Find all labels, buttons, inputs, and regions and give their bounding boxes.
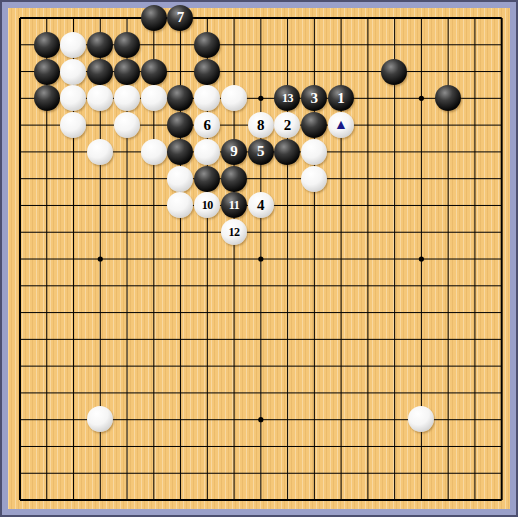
board-point <box>221 165 248 192</box>
black-stone: 13 <box>274 85 300 111</box>
board-point <box>408 406 435 433</box>
black-stone <box>301 112 327 138</box>
white-stone <box>114 85 140 111</box>
white-stone <box>114 112 140 138</box>
white-stone: 4 <box>248 192 274 218</box>
board-point: 11 <box>221 192 248 219</box>
board-point <box>301 165 328 192</box>
black-stone <box>34 32 60 58</box>
board-point <box>33 31 60 58</box>
black-stone <box>167 85 193 111</box>
board-point <box>221 85 248 112</box>
black-stone <box>87 59 113 85</box>
move-number: 2 <box>284 118 292 133</box>
board-point <box>114 85 141 112</box>
board-point: 8 <box>247 112 274 139</box>
black-stone: 9 <box>221 139 247 165</box>
move-number: 11 <box>229 199 239 211</box>
black-stone: 5 <box>248 139 274 165</box>
black-stone <box>274 139 300 165</box>
move-number: 1 <box>337 91 345 106</box>
white-stone <box>87 85 113 111</box>
black-stone <box>381 59 407 85</box>
black-stone: 1 <box>328 85 354 111</box>
move-number: 13 <box>282 92 293 104</box>
white-stone <box>408 406 434 432</box>
board-point <box>167 165 194 192</box>
board-point <box>194 85 221 112</box>
board-point <box>33 58 60 85</box>
board-point: 13 <box>274 85 301 112</box>
go-diagram: 71331682▲951011412 <box>0 0 518 517</box>
board-point <box>381 58 408 85</box>
move-number: 4 <box>257 198 265 213</box>
white-stone: 6 <box>194 112 220 138</box>
black-stone <box>87 32 113 58</box>
board-point <box>140 58 167 85</box>
black-stone <box>167 139 193 165</box>
board-point: 7 <box>167 5 194 32</box>
board-point <box>167 138 194 165</box>
board-point <box>435 85 462 112</box>
move-number: 10 <box>202 199 213 211</box>
black-stone <box>167 112 193 138</box>
black-stone <box>141 5 167 31</box>
board-point <box>194 31 221 58</box>
black-stone: 3 <box>301 85 327 111</box>
board-point <box>167 85 194 112</box>
white-stone: 8 <box>248 112 274 138</box>
board-point: 3 <box>301 85 328 112</box>
white-stone <box>87 406 113 432</box>
triangle-marker-icon: ▲ <box>334 118 348 132</box>
black-stone <box>34 85 60 111</box>
move-number: 9 <box>230 144 238 159</box>
board-point: 9 <box>221 138 248 165</box>
black-stone <box>114 32 140 58</box>
black-stone: 11 <box>221 192 247 218</box>
board-point: 2 <box>274 112 301 139</box>
board-point <box>194 58 221 85</box>
board-point <box>167 192 194 219</box>
board-point <box>301 112 328 139</box>
white-stone <box>301 139 327 165</box>
board-point: 10 <box>194 192 221 219</box>
move-number: 5 <box>257 144 265 159</box>
board-point <box>60 85 87 112</box>
board-point <box>140 138 167 165</box>
white-stone: 2 <box>274 112 300 138</box>
move-number: 3 <box>310 91 318 106</box>
white-stone: 10 <box>194 192 220 218</box>
white-stone: 12 <box>221 219 247 245</box>
board-point <box>87 31 114 58</box>
white-stone <box>194 139 220 165</box>
black-stone <box>194 166 220 192</box>
board-point: 4 <box>247 192 274 219</box>
move-number: 8 <box>257 118 265 133</box>
white-stone <box>141 139 167 165</box>
board-point: 5 <box>247 138 274 165</box>
goban[interactable]: 71331682▲951011412 <box>8 8 510 509</box>
board-point <box>87 58 114 85</box>
white-stone <box>167 166 193 192</box>
white-stone <box>60 112 86 138</box>
board-point <box>194 138 221 165</box>
board-point <box>114 31 141 58</box>
board-point <box>87 406 114 433</box>
white-stone <box>60 59 86 85</box>
black-stone <box>194 59 220 85</box>
white-stone <box>221 85 247 111</box>
board-point: 6 <box>194 112 221 139</box>
move-number: 7 <box>177 10 185 25</box>
board-point <box>60 31 87 58</box>
move-number: 6 <box>203 118 211 133</box>
board-point <box>140 85 167 112</box>
white-stone <box>167 192 193 218</box>
board-point <box>87 138 114 165</box>
black-stone <box>194 32 220 58</box>
board-point: ▲ <box>328 112 355 139</box>
white-stone <box>60 85 86 111</box>
board-point <box>60 58 87 85</box>
board-point <box>114 58 141 85</box>
white-stone: ▲ <box>328 112 354 138</box>
board-point <box>274 138 301 165</box>
black-stone <box>221 166 247 192</box>
board-point <box>60 112 87 139</box>
move-number: 12 <box>228 226 239 238</box>
board-point <box>301 138 328 165</box>
board-point <box>140 5 167 32</box>
board-point <box>87 85 114 112</box>
stone-grid: 71331682▲951011412 <box>7 5 515 514</box>
black-stone <box>114 59 140 85</box>
board-point <box>33 85 60 112</box>
white-stone <box>301 166 327 192</box>
white-stone <box>60 32 86 58</box>
board-point <box>194 165 221 192</box>
white-stone <box>141 85 167 111</box>
black-stone <box>34 59 60 85</box>
board-point <box>167 112 194 139</box>
board-point: 1 <box>328 85 355 112</box>
white-stone <box>87 139 113 165</box>
black-stone: 7 <box>167 5 193 31</box>
black-stone <box>435 85 461 111</box>
board-point: 12 <box>221 219 248 246</box>
black-stone <box>141 59 167 85</box>
white-stone <box>194 85 220 111</box>
board-point <box>114 112 141 139</box>
